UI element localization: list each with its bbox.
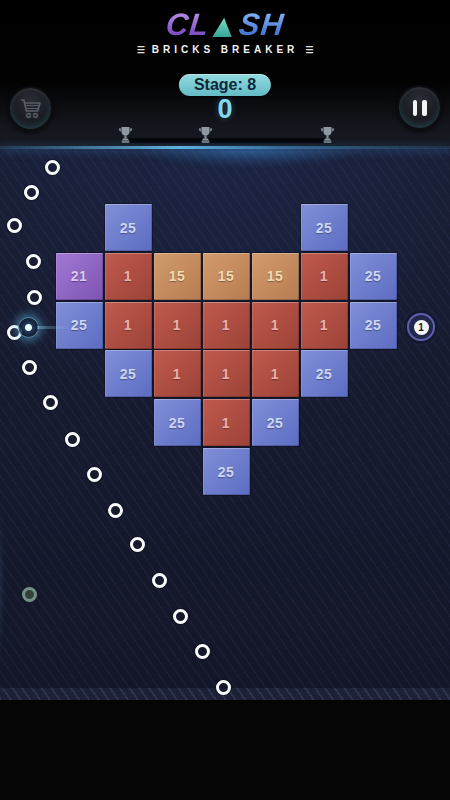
brick-blue-25: 25 [350, 302, 397, 349]
brick-blue-25: 25 [252, 399, 299, 446]
brick-red-1: 1 [105, 253, 152, 300]
brick-red-1: 1 [105, 302, 152, 349]
board-left-glow [0, 470, 11, 700]
brick-red-1: 1 [203, 350, 250, 397]
brick-red-1: 1 [252, 350, 299, 397]
brick-red-1: 1 [301, 302, 348, 349]
bottom-toolbar: x 2 [0, 700, 450, 800]
pause-button[interactable] [397, 85, 442, 130]
cart-icon [19, 98, 43, 120]
aim-dot [43, 395, 58, 410]
aim-dot [216, 680, 231, 695]
game-screen: CL▲SH ☰ BRICKS BREAKER ☰ Stage: 8 0 [0, 0, 450, 800]
aim-dot [195, 644, 210, 659]
brick-blue-25: 25 [350, 253, 397, 300]
trophy-icon [118, 126, 133, 144]
inactive-ball-dot [22, 587, 37, 602]
stage-badge: Stage: 8 [179, 74, 271, 96]
brick-blue-25: 25 [301, 204, 348, 251]
wing-left-icon: ☰ [137, 45, 145, 55]
trophy-icon [320, 126, 335, 144]
brick-orange-15: 15 [154, 253, 201, 300]
aim-dot [173, 609, 188, 624]
brick-red-1: 1 [203, 399, 250, 446]
aim-dot [65, 432, 80, 447]
board-top-glow [120, 148, 380, 174]
aim-dot [26, 254, 41, 269]
aim-dot [24, 185, 39, 200]
brick-blue-25: 25 [105, 204, 152, 251]
logo-subtitle: ☰ BRICKS BREAKER ☰ [0, 44, 450, 55]
aim-dot [7, 218, 22, 233]
brick-blue-25: 25 [301, 350, 348, 397]
plus-one-ball-pickup: 1 [407, 313, 435, 341]
aim-dot [152, 573, 167, 588]
brick-red-1: 1 [252, 302, 299, 349]
aim-dot [27, 290, 42, 305]
trophy-icon [198, 126, 213, 144]
brick-purple-21: 21 [56, 253, 103, 300]
score-value: 0 [0, 94, 450, 125]
header: CL▲SH ☰ BRICKS BREAKER ☰ Stage: 8 0 [0, 0, 450, 148]
brick-red-1: 1 [203, 302, 250, 349]
brick-red-1: 1 [154, 350, 201, 397]
brick-orange-15: 15 [252, 253, 299, 300]
wing-right-icon: ☰ [305, 45, 313, 55]
aim-dot [108, 503, 123, 518]
aim-dot [45, 160, 60, 175]
shop-button[interactable] [8, 86, 53, 131]
brick-orange-15: 15 [203, 253, 250, 300]
ball [18, 317, 39, 338]
game-logo: CL▲SH ☰ BRICKS BREAKER ☰ [0, 8, 450, 55]
brick-blue-25: 25 [154, 399, 201, 446]
aim-dot [130, 537, 145, 552]
brick-blue-25: 25 [105, 350, 152, 397]
aim-dot [87, 467, 102, 482]
brick-red-1: 1 [301, 253, 348, 300]
brick-blue-25: 25 [203, 448, 250, 495]
brick-red-1: 1 [154, 302, 201, 349]
pause-icon [413, 100, 427, 116]
logo-title: CL▲SH [0, 8, 450, 43]
stage-progress-bar [124, 138, 331, 143]
aim-dot [22, 360, 37, 375]
